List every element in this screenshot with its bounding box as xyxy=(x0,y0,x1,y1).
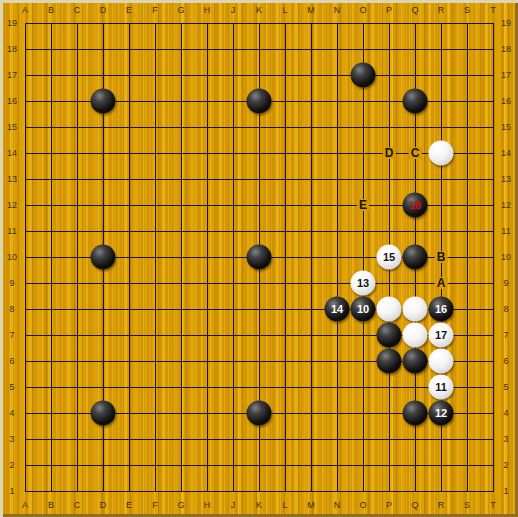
coord-right-10: 10 xyxy=(501,253,511,262)
coord-bottom-C: C xyxy=(74,501,81,510)
coord-top-T: T xyxy=(490,6,496,15)
coord-left-12: 12 xyxy=(7,201,17,210)
coord-right-12: 12 xyxy=(501,201,511,210)
stone-black-Q6[interactable] xyxy=(403,349,428,374)
coord-left-1: 1 xyxy=(9,487,14,496)
coord-right-5: 5 xyxy=(503,383,508,392)
coord-left-3: 3 xyxy=(9,435,14,444)
coord-bottom-K: K xyxy=(256,501,262,510)
go-board[interactable]: ABCDEFGHJKLMNOPQRST ABCDEFGHJKLMNOPQRST … xyxy=(0,0,518,517)
board-label-B-R10: B xyxy=(435,251,448,263)
coord-left-8: 8 xyxy=(9,305,14,314)
coord-right-14: 14 xyxy=(501,149,511,158)
coord-bottom-N: N xyxy=(334,501,341,510)
stone-black-Q4[interactable] xyxy=(403,401,428,426)
coord-left-4: 4 xyxy=(9,409,14,418)
coord-bottom-T: T xyxy=(490,501,496,510)
coord-top-G: G xyxy=(177,6,184,15)
coord-right-8: 8 xyxy=(503,305,508,314)
move-number-14: 14 xyxy=(331,304,343,315)
grid-line-horizontal xyxy=(25,465,494,466)
stone-black-D10[interactable] xyxy=(91,245,116,270)
coord-bottom-D: D xyxy=(100,501,107,510)
coord-bottom-E: E xyxy=(126,501,132,510)
stone-black-N8[interactable]: 14 xyxy=(325,297,350,322)
grid-line-vertical xyxy=(285,23,286,492)
coord-right-11: 11 xyxy=(501,227,510,236)
stone-white-P8[interactable] xyxy=(377,297,402,322)
coord-bottom-O: O xyxy=(359,501,366,510)
coord-right-9: 9 xyxy=(503,279,508,288)
coord-top-N: N xyxy=(334,6,341,15)
coord-right-18: 18 xyxy=(501,45,511,54)
grid-line-horizontal xyxy=(25,491,494,492)
coord-left-6: 6 xyxy=(9,357,14,366)
coord-right-16: 16 xyxy=(501,97,511,106)
coord-top-F: F xyxy=(152,6,158,15)
stone-white-R14[interactable] xyxy=(429,141,454,166)
grid-line-vertical xyxy=(467,23,468,492)
coord-right-2: 2 xyxy=(503,461,508,470)
stone-white-Q7[interactable] xyxy=(403,323,428,348)
coord-bottom-J: J xyxy=(231,501,236,510)
stone-black-D16[interactable] xyxy=(91,89,116,114)
grid-line-horizontal xyxy=(25,387,494,388)
coord-right-19: 19 xyxy=(501,19,511,28)
coord-left-16: 16 xyxy=(7,97,17,106)
coord-left-17: 17 xyxy=(7,71,17,80)
coord-left-5: 5 xyxy=(9,383,14,392)
coord-right-15: 15 xyxy=(501,123,511,132)
coord-left-10: 10 xyxy=(7,253,17,262)
stone-white-R7[interactable]: 17 xyxy=(429,323,454,348)
coord-top-B: B xyxy=(48,6,54,15)
coord-left-18: 18 xyxy=(7,45,17,54)
stone-white-O9[interactable]: 13 xyxy=(351,271,376,296)
move-number-13: 13 xyxy=(357,278,369,289)
coord-left-7: 7 xyxy=(9,331,14,340)
coord-top-C: C xyxy=(74,6,81,15)
coord-right-17: 17 xyxy=(501,71,511,80)
coord-bottom-M: M xyxy=(307,501,315,510)
coord-bottom-A: A xyxy=(22,501,28,510)
coord-left-14: 14 xyxy=(7,149,17,158)
coord-left-11: 11 xyxy=(7,227,16,236)
board-label-A-R9: A xyxy=(435,277,448,289)
move-number-11: 11 xyxy=(435,382,447,393)
coord-bottom-P: P xyxy=(386,501,392,510)
coord-right-4: 4 xyxy=(503,409,508,418)
move-number-17: 17 xyxy=(435,330,447,341)
coord-top-L: L xyxy=(282,6,287,15)
stone-black-O8[interactable]: 10 xyxy=(351,297,376,322)
coord-top-J: J xyxy=(231,6,236,15)
coord-top-K: K xyxy=(256,6,262,15)
stone-black-Q12[interactable]: 18 xyxy=(403,193,428,218)
stone-black-D4[interactable] xyxy=(91,401,116,426)
stone-black-K10[interactable] xyxy=(247,245,272,270)
grid-line-vertical xyxy=(337,23,338,492)
grid-line-vertical xyxy=(311,23,312,492)
coord-top-Q: Q xyxy=(411,6,418,15)
coord-top-H: H xyxy=(204,6,211,15)
coord-left-15: 15 xyxy=(7,123,17,132)
grid-line-vertical xyxy=(363,23,364,492)
stone-black-K4[interactable] xyxy=(247,401,272,426)
coord-top-O: O xyxy=(359,6,366,15)
coord-top-S: S xyxy=(464,6,470,15)
stone-black-P6[interactable] xyxy=(377,349,402,374)
coord-top-P: P xyxy=(386,6,392,15)
move-number-15: 15 xyxy=(383,252,395,263)
coord-bottom-G: G xyxy=(177,501,184,510)
grid-line-horizontal xyxy=(25,439,494,440)
coord-right-7: 7 xyxy=(503,331,508,340)
move-number-16: 16 xyxy=(435,304,447,315)
coord-left-9: 9 xyxy=(9,279,14,288)
coord-top-D: D xyxy=(100,6,107,15)
coord-bottom-L: L xyxy=(282,501,287,510)
coord-top-A: A xyxy=(22,6,28,15)
board-label-C-Q14: C xyxy=(409,147,422,159)
stone-white-P10[interactable]: 15 xyxy=(377,245,402,270)
coord-right-6: 6 xyxy=(503,357,508,366)
coord-bottom-B: B xyxy=(48,501,54,510)
board-label-E-O12: E xyxy=(357,199,369,211)
coord-top-R: R xyxy=(438,6,445,15)
coord-top-E: E xyxy=(126,6,132,15)
stone-black-O17[interactable] xyxy=(351,63,376,88)
move-number-10: 10 xyxy=(357,304,369,315)
stone-white-R6[interactable] xyxy=(429,349,454,374)
grid-line-vertical xyxy=(493,23,494,492)
coord-bottom-R: R xyxy=(438,501,445,510)
stone-black-K16[interactable] xyxy=(247,89,272,114)
board-label-D-P14: D xyxy=(383,147,396,159)
coord-left-13: 13 xyxy=(7,175,17,184)
coord-left-19: 19 xyxy=(7,19,17,28)
stone-white-R5[interactable]: 11 xyxy=(429,375,454,400)
move-number-18: 18 xyxy=(409,200,421,211)
coord-right-13: 13 xyxy=(501,175,511,184)
coord-left-2: 2 xyxy=(9,461,14,470)
coord-bottom-S: S xyxy=(464,501,470,510)
stone-black-R8[interactable]: 16 xyxy=(429,297,454,322)
coord-top-M: M xyxy=(307,6,315,15)
coord-bottom-H: H xyxy=(204,501,211,510)
stone-black-Q16[interactable] xyxy=(403,89,428,114)
stone-black-Q10[interactable] xyxy=(403,245,428,270)
stone-black-R4[interactable]: 12 xyxy=(429,401,454,426)
coord-bottom-Q: Q xyxy=(411,501,418,510)
move-number-12: 12 xyxy=(435,408,447,419)
coord-right-3: 3 xyxy=(503,435,508,444)
stone-black-P7[interactable] xyxy=(377,323,402,348)
stone-white-Q8[interactable] xyxy=(403,297,428,322)
grid-line-horizontal xyxy=(25,283,494,284)
coord-bottom-F: F xyxy=(152,501,158,510)
coord-right-1: 1 xyxy=(503,487,508,496)
